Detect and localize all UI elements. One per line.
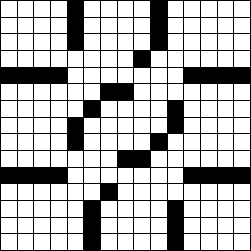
white-cell-r11c7[interactable]: [118, 184, 134, 200]
white-cell-r13c6[interactable]: [101, 218, 117, 234]
white-cell-r3c5[interactable]: [84, 51, 100, 67]
white-cell-r1c3[interactable]: [51, 18, 67, 34]
black-cell-r2c4: [68, 34, 84, 50]
white-cell-r2c5[interactable]: [84, 34, 100, 50]
white-cell-r0c13[interactable]: [218, 1, 234, 17]
white-cell-r7c13[interactable]: [218, 118, 234, 134]
white-cell-r1c12[interactable]: [201, 18, 217, 34]
white-cell-r1c0[interactable]: [1, 18, 17, 34]
white-cell-r0c2[interactable]: [34, 1, 50, 17]
white-cell-r14c3[interactable]: [51, 234, 67, 250]
white-cell-r5c13[interactable]: [218, 84, 234, 100]
white-cell-r13c3[interactable]: [51, 218, 67, 234]
white-cell-r1c6[interactable]: [101, 18, 117, 34]
black-cell-r5c7: [118, 84, 134, 100]
white-cell-r5c5[interactable]: [84, 84, 100, 100]
white-cell-r11c13[interactable]: [218, 184, 234, 200]
white-cell-r11c14[interactable]: [234, 184, 250, 200]
white-cell-r13c0[interactable]: [1, 218, 17, 234]
black-cell-r6c5: [84, 101, 100, 117]
black-cell-r4c3: [51, 68, 67, 84]
black-cell-r10c3: [51, 168, 67, 184]
white-cell-r7c1[interactable]: [18, 118, 34, 134]
white-cell-r13c8[interactable]: [134, 218, 150, 234]
white-cell-r10c5[interactable]: [84, 168, 100, 184]
black-cell-r4c1: [18, 68, 34, 84]
white-cell-r3c10[interactable]: [168, 51, 184, 67]
white-cell-r1c11[interactable]: [184, 18, 200, 34]
white-cell-r10c8[interactable]: [134, 168, 150, 184]
white-cell-r9c12[interactable]: [201, 151, 217, 167]
white-cell-r4c6[interactable]: [101, 68, 117, 84]
white-cell-r7c14[interactable]: [234, 118, 250, 134]
black-cell-r5c6: [101, 84, 117, 100]
white-cell-r2c1[interactable]: [18, 34, 34, 50]
white-cell-r11c0[interactable]: [1, 184, 17, 200]
white-cell-r0c7[interactable]: [118, 1, 134, 17]
white-cell-r9c2[interactable]: [34, 151, 50, 167]
black-cell-r12c5: [84, 201, 100, 217]
white-cell-r14c8[interactable]: [134, 234, 150, 250]
white-cell-r14c9[interactable]: [151, 234, 167, 250]
white-cell-r1c14[interactable]: [234, 18, 250, 34]
white-cell-r13c14[interactable]: [234, 218, 250, 234]
black-cell-r4c0: [1, 68, 17, 84]
black-cell-r10c1: [18, 168, 34, 184]
white-cell-r4c4[interactable]: [68, 68, 84, 84]
white-cell-r5c14[interactable]: [234, 84, 250, 100]
white-cell-r0c1[interactable]: [18, 1, 34, 17]
black-cell-r3c8: [134, 51, 150, 67]
white-cell-r5c8[interactable]: [134, 84, 150, 100]
black-cell-r10c2: [34, 168, 50, 184]
white-cell-r7c12[interactable]: [201, 118, 217, 134]
white-cell-r8c10[interactable]: [168, 134, 184, 150]
white-cell-r4c10[interactable]: [168, 68, 184, 84]
black-cell-r4c14: [234, 68, 250, 84]
white-cell-r12c0[interactable]: [1, 201, 17, 217]
white-cell-r14c12[interactable]: [201, 234, 217, 250]
white-cell-r6c13[interactable]: [218, 101, 234, 117]
white-cell-r1c13[interactable]: [218, 18, 234, 34]
white-cell-r9c9[interactable]: [151, 151, 167, 167]
white-cell-r7c3[interactable]: [51, 118, 67, 134]
white-cell-r13c12[interactable]: [201, 218, 217, 234]
white-cell-r12c13[interactable]: [218, 201, 234, 217]
white-cell-r10c4[interactable]: [68, 168, 84, 184]
white-cell-r1c8[interactable]: [134, 18, 150, 34]
white-cell-r13c7[interactable]: [118, 218, 134, 234]
white-cell-r6c4[interactable]: [68, 101, 84, 117]
white-cell-r12c6[interactable]: [101, 201, 117, 217]
white-cell-r6c7[interactable]: [118, 101, 134, 117]
white-cell-r5c4[interactable]: [68, 84, 84, 100]
black-cell-r9c8: [134, 151, 150, 167]
white-cell-r3c1[interactable]: [18, 51, 34, 67]
crossword-grid: [0, 0, 251, 251]
white-cell-r7c6[interactable]: [101, 118, 117, 134]
white-cell-r11c1[interactable]: [18, 184, 34, 200]
black-cell-r8c4: [68, 134, 84, 150]
white-cell-r0c0[interactable]: [1, 1, 17, 17]
white-cell-r10c10[interactable]: [168, 168, 184, 184]
white-cell-r4c7[interactable]: [118, 68, 134, 84]
white-cell-r12c12[interactable]: [201, 201, 217, 217]
black-cell-r11c6: [101, 184, 117, 200]
black-cell-r10c14: [234, 168, 250, 184]
white-cell-r14c13[interactable]: [218, 234, 234, 250]
black-cell-r4c12: [201, 68, 217, 84]
white-cell-r13c13[interactable]: [218, 218, 234, 234]
white-cell-r2c11[interactable]: [184, 34, 200, 50]
white-cell-r0c11[interactable]: [184, 1, 200, 17]
white-cell-r8c1[interactable]: [18, 134, 34, 150]
white-cell-r8c12[interactable]: [201, 134, 217, 150]
white-cell-r6c14[interactable]: [234, 101, 250, 117]
black-cell-r7c4: [68, 118, 84, 134]
white-cell-r6c1[interactable]: [18, 101, 34, 117]
white-cell-r7c2[interactable]: [34, 118, 50, 134]
white-cell-r9c14[interactable]: [234, 151, 250, 167]
white-cell-r9c0[interactable]: [1, 151, 17, 167]
black-cell-r13c5: [84, 218, 100, 234]
white-cell-r12c9[interactable]: [151, 201, 167, 217]
white-cell-r3c11[interactable]: [184, 51, 200, 67]
white-cell-r11c8[interactable]: [134, 184, 150, 200]
black-cell-r2c9: [151, 34, 167, 50]
black-cell-r8c9: [151, 134, 167, 150]
white-cell-r6c6[interactable]: [101, 101, 117, 117]
white-cell-r2c0[interactable]: [1, 34, 17, 50]
white-cell-r1c2[interactable]: [34, 18, 50, 34]
white-cell-r3c7[interactable]: [118, 51, 134, 67]
black-cell-r1c9: [151, 18, 167, 34]
white-cell-r3c3[interactable]: [51, 51, 67, 67]
white-cell-r11c11[interactable]: [184, 184, 200, 200]
white-cell-r0c8[interactable]: [134, 1, 150, 17]
white-cell-r5c11[interactable]: [184, 84, 200, 100]
white-cell-r2c7[interactable]: [118, 34, 134, 50]
white-cell-r8c2[interactable]: [34, 134, 50, 150]
white-cell-r6c11[interactable]: [184, 101, 200, 117]
black-cell-r10c13: [218, 168, 234, 184]
white-cell-r12c8[interactable]: [134, 201, 150, 217]
white-cell-r11c12[interactable]: [201, 184, 217, 200]
white-cell-r11c4[interactable]: [68, 184, 84, 200]
white-cell-r3c0[interactable]: [1, 51, 17, 67]
white-cell-r5c10[interactable]: [168, 84, 184, 100]
black-cell-r12c10: [168, 201, 184, 217]
black-cell-r1c4: [68, 18, 84, 34]
white-cell-r4c9[interactable]: [151, 68, 167, 84]
white-cell-r13c11[interactable]: [184, 218, 200, 234]
white-cell-r14c11[interactable]: [184, 234, 200, 250]
black-cell-r7c10: [168, 118, 184, 134]
white-cell-r9c6[interactable]: [101, 151, 117, 167]
white-cell-r14c4[interactable]: [68, 234, 84, 250]
white-cell-r6c12[interactable]: [201, 101, 217, 117]
white-cell-r13c2[interactable]: [34, 218, 50, 234]
black-cell-r6c10: [168, 101, 184, 117]
white-cell-r12c2[interactable]: [34, 201, 50, 217]
white-cell-r1c10[interactable]: [168, 18, 184, 34]
white-cell-r13c1[interactable]: [18, 218, 34, 234]
white-cell-r14c14[interactable]: [234, 234, 250, 250]
white-cell-r0c12[interactable]: [201, 1, 217, 17]
black-cell-r10c0: [1, 168, 17, 184]
white-cell-r5c2[interactable]: [34, 84, 50, 100]
white-cell-r12c3[interactable]: [51, 201, 67, 217]
white-cell-r8c3[interactable]: [51, 134, 67, 150]
white-cell-r3c2[interactable]: [34, 51, 50, 67]
white-cell-r12c7[interactable]: [118, 201, 134, 217]
white-cell-r2c14[interactable]: [234, 34, 250, 50]
white-cell-r11c5[interactable]: [84, 184, 100, 200]
white-cell-r9c5[interactable]: [84, 151, 100, 167]
white-cell-r0c6[interactable]: [101, 1, 117, 17]
white-cell-r8c6[interactable]: [101, 134, 117, 150]
white-cell-r8c13[interactable]: [218, 134, 234, 150]
black-cell-r9c7: [118, 151, 134, 167]
white-cell-r12c11[interactable]: [184, 201, 200, 217]
white-cell-r3c6[interactable]: [101, 51, 117, 67]
white-cell-r2c2[interactable]: [34, 34, 50, 50]
white-cell-r5c1[interactable]: [18, 84, 34, 100]
white-cell-r11c2[interactable]: [34, 184, 50, 200]
white-cell-r10c9[interactable]: [151, 168, 167, 184]
white-cell-r6c2[interactable]: [34, 101, 50, 117]
black-cell-r4c2: [34, 68, 50, 84]
white-cell-r9c10[interactable]: [168, 151, 184, 167]
white-cell-r2c10[interactable]: [168, 34, 184, 50]
black-cell-r10c12: [201, 168, 217, 184]
white-cell-r1c7[interactable]: [118, 18, 134, 34]
white-cell-r11c10[interactable]: [168, 184, 184, 200]
black-cell-r4c13: [218, 68, 234, 84]
white-cell-r7c11[interactable]: [184, 118, 200, 134]
white-cell-r14c2[interactable]: [34, 234, 50, 250]
white-cell-r0c10[interactable]: [168, 1, 184, 17]
white-cell-r14c6[interactable]: [101, 234, 117, 250]
white-cell-r8c14[interactable]: [234, 134, 250, 150]
black-cell-r14c10: [168, 234, 184, 250]
white-cell-r4c8[interactable]: [134, 68, 150, 84]
white-cell-r1c1[interactable]: [18, 18, 34, 34]
white-cell-r7c0[interactable]: [1, 118, 17, 134]
black-cell-r4c11: [184, 68, 200, 84]
white-cell-r7c8[interactable]: [134, 118, 150, 134]
black-cell-r13c10: [168, 218, 184, 234]
white-cell-r14c7[interactable]: [118, 234, 134, 250]
white-cell-r12c1[interactable]: [18, 201, 34, 217]
white-cell-r12c4[interactable]: [68, 201, 84, 217]
white-cell-r3c9[interactable]: [151, 51, 167, 67]
white-cell-r4c5[interactable]: [84, 68, 100, 84]
white-cell-r5c9[interactable]: [151, 84, 167, 100]
white-cell-r5c3[interactable]: [51, 84, 67, 100]
white-cell-r11c3[interactable]: [51, 184, 67, 200]
white-cell-r12c14[interactable]: [234, 201, 250, 217]
white-cell-r0c14[interactable]: [234, 1, 250, 17]
white-cell-r7c7[interactable]: [118, 118, 134, 134]
white-cell-r14c1[interactable]: [18, 234, 34, 250]
white-cell-r11c9[interactable]: [151, 184, 167, 200]
white-cell-r2c6[interactable]: [101, 34, 117, 50]
black-cell-r0c9: [151, 1, 167, 17]
white-cell-r3c4[interactable]: [68, 51, 84, 67]
white-cell-r2c3[interactable]: [51, 34, 67, 50]
white-cell-r9c13[interactable]: [218, 151, 234, 167]
white-cell-r8c5[interactable]: [84, 134, 100, 150]
white-cell-r2c12[interactable]: [201, 34, 217, 50]
white-cell-r3c12[interactable]: [201, 51, 217, 67]
black-cell-r10c11: [184, 168, 200, 184]
white-cell-r2c8[interactable]: [134, 34, 150, 50]
white-cell-r8c0[interactable]: [1, 134, 17, 150]
white-cell-r10c6[interactable]: [101, 168, 117, 184]
white-cell-r6c3[interactable]: [51, 101, 67, 117]
white-cell-r5c0[interactable]: [1, 84, 17, 100]
white-cell-r9c4[interactable]: [68, 151, 84, 167]
white-cell-r7c5[interactable]: [84, 118, 100, 134]
black-cell-r0c4: [68, 1, 84, 17]
white-cell-r7c9[interactable]: [151, 118, 167, 134]
white-cell-r6c0[interactable]: [1, 101, 17, 117]
white-cell-r6c9[interactable]: [151, 101, 167, 117]
white-cell-r5c12[interactable]: [201, 84, 217, 100]
white-cell-r8c11[interactable]: [184, 134, 200, 150]
white-cell-r0c3[interactable]: [51, 1, 67, 17]
white-cell-r0c5[interactable]: [84, 1, 100, 17]
white-cell-r2c13[interactable]: [218, 34, 234, 50]
white-cell-r9c3[interactable]: [51, 151, 67, 167]
white-cell-r9c11[interactable]: [184, 151, 200, 167]
white-cell-r1c5[interactable]: [84, 18, 100, 34]
white-cell-r3c13[interactable]: [218, 51, 234, 67]
white-cell-r14c0[interactable]: [1, 234, 17, 250]
black-cell-r14c5: [84, 234, 100, 250]
white-cell-r13c4[interactable]: [68, 218, 84, 234]
white-cell-r3c14[interactable]: [234, 51, 250, 67]
white-cell-r10c7[interactable]: [118, 168, 134, 184]
white-cell-r13c9[interactable]: [151, 218, 167, 234]
white-cell-r9c1[interactable]: [18, 151, 34, 167]
white-cell-r6c8[interactable]: [134, 101, 150, 117]
white-cell-r8c7[interactable]: [118, 134, 134, 150]
white-cell-r8c8[interactable]: [134, 134, 150, 150]
